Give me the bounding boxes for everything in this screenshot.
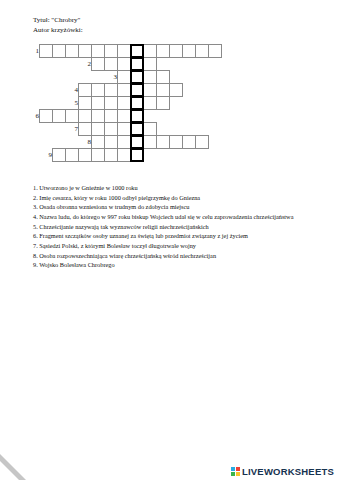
crossword-cell[interactable]: [104, 135, 118, 149]
crossword-cell[interactable]: [117, 83, 131, 97]
crossword-row: 7: [79, 122, 157, 136]
clue-item: 4. Nazwa ludu, do którego w 997 roku bis…: [33, 212, 333, 222]
logo-color-square: [236, 472, 240, 476]
crossword-cell[interactable]: [104, 96, 118, 110]
crossword-cell[interactable]: [156, 70, 170, 84]
crossword-cell[interactable]: [78, 122, 92, 136]
crossword-cell[interactable]: [91, 57, 105, 71]
crossword-cell[interactable]: [169, 44, 183, 58]
crossword-cell[interactable]: [156, 135, 170, 149]
crossword-cell[interactable]: [91, 122, 105, 136]
crossword-cell[interactable]: [78, 83, 92, 97]
crossword-cell-solution-column[interactable]: [130, 70, 144, 84]
crossword-row: 6: [40, 109, 144, 123]
crossword-cell[interactable]: [91, 135, 105, 149]
crossword-cell-solution-column[interactable]: [130, 122, 144, 136]
logo-color-square: [236, 467, 240, 471]
liveworksheets-logo-text: LIVEWORKSHEETS: [242, 466, 334, 477]
crossword-row: 4: [79, 83, 183, 97]
row-number-label: 2: [82, 60, 91, 68]
crossword-cell[interactable]: [117, 109, 131, 123]
crossword-cell[interactable]: [39, 44, 53, 58]
crossword-cell[interactable]: [78, 109, 92, 123]
crossword-row: 3: [118, 70, 170, 84]
crossword-cell[interactable]: [143, 135, 157, 149]
crossword-cell[interactable]: [91, 96, 105, 110]
crossword-cell[interactable]: [104, 122, 118, 136]
crossword-cell[interactable]: [143, 57, 157, 71]
crossword-cell[interactable]: [104, 83, 118, 97]
crossword-cell[interactable]: [104, 148, 118, 162]
crossword-cell[interactable]: [117, 57, 131, 71]
crossword-cell[interactable]: [117, 122, 131, 136]
crossword-cell[interactable]: [91, 44, 105, 58]
row-number-label: 9: [43, 151, 52, 159]
crossword-cell[interactable]: [143, 83, 157, 97]
row-number-label: 1: [30, 47, 39, 55]
crossword-cell[interactable]: [52, 148, 66, 162]
clue-item: 3. Osada obronna wzniesiona w trudnym do…: [33, 202, 333, 212]
crossword-cell[interactable]: [143, 96, 157, 110]
crossword-cell[interactable]: [117, 135, 131, 149]
clue-item: 9. Wojsko Bolesława Chrobrego: [33, 260, 333, 270]
crossword-cell[interactable]: [169, 135, 183, 149]
logo-color-square: [231, 472, 235, 476]
crossword-cell[interactable]: [78, 148, 92, 162]
crossword-row: 8: [92, 135, 209, 149]
crossword-cell[interactable]: [156, 83, 170, 97]
crossword-cell[interactable]: [117, 148, 131, 162]
crossword-cell-solution-column[interactable]: [130, 135, 144, 149]
crossword-row: 5: [79, 96, 170, 110]
crossword-cell[interactable]: [156, 96, 170, 110]
crossword-cell[interactable]: [182, 44, 196, 58]
crossword-cell[interactable]: [52, 44, 66, 58]
clue-item: 1. Utworzono je w Gnieźnie w 1000 roku: [33, 183, 333, 193]
crossword-cell[interactable]: [52, 109, 66, 123]
clue-item: 7. Sąsiedzi Polski, z którymi Bolesław t…: [33, 241, 333, 251]
clue-item: 8. Osoba rozpowszechniająca wiarę chrześ…: [33, 251, 333, 261]
crossword-cell[interactable]: [117, 96, 131, 110]
crossword-cell[interactable]: [169, 83, 183, 97]
row-number-label: 4: [69, 86, 78, 94]
clue-list: 1. Utworzono je w Gnieźnie w 1000 roku 2…: [33, 183, 333, 270]
crossword-cell-solution-column[interactable]: [130, 44, 144, 58]
row-number-label: 3: [108, 73, 117, 81]
crossword-cell[interactable]: [78, 96, 92, 110]
crossword-cell[interactable]: [104, 57, 118, 71]
crossword-cell[interactable]: [117, 70, 131, 84]
row-number-label: 7: [69, 125, 78, 133]
clue-item: 5. Chrześcijanie nazywają tak wyznawców …: [33, 222, 333, 232]
crossword-row: 1: [40, 44, 222, 58]
crossword-cell[interactable]: [182, 135, 196, 149]
crossword-cell[interactable]: [143, 70, 157, 84]
crossword-cell[interactable]: [65, 44, 79, 58]
row-number-label: 6: [30, 112, 39, 120]
crossword-cell[interactable]: [117, 44, 131, 58]
crossword-cell[interactable]: [143, 122, 157, 136]
liveworksheets-grid-icon: [231, 467, 240, 476]
crossword-cell-solution-column[interactable]: [130, 57, 144, 71]
crossword-cell-solution-column[interactable]: [130, 148, 144, 162]
crossword-cell[interactable]: [208, 44, 222, 58]
crossword-cell-solution-column[interactable]: [130, 83, 144, 97]
liveworksheets-logo[interactable]: LIVEWORKSHEETS: [231, 466, 334, 477]
crossword-cell[interactable]: [195, 135, 209, 149]
crossword-cell[interactable]: [91, 83, 105, 97]
page-corner-fold-inner: [0, 461, 19, 480]
crossword-cell[interactable]: [78, 44, 92, 58]
crossword-cell[interactable]: [65, 148, 79, 162]
crossword-cell[interactable]: [104, 44, 118, 58]
clue-item: 6. Fragment szczątków osoby uznanej za ś…: [33, 231, 333, 241]
row-number-label: 8: [82, 138, 91, 146]
crossword-cell[interactable]: [156, 44, 170, 58]
crossword-cell[interactable]: [65, 109, 79, 123]
clue-item: 2. Imię cesarza, który w roku 1000 odbył…: [33, 193, 333, 203]
crossword-cell[interactable]: [39, 109, 53, 123]
crossword-cell[interactable]: [104, 109, 118, 123]
crossword-cell[interactable]: [91, 109, 105, 123]
crossword-cell-solution-column[interactable]: [130, 109, 144, 123]
crossword-row: 2: [92, 57, 157, 71]
crossword-cell[interactable]: [91, 148, 105, 162]
crossword-row: 9: [53, 148, 144, 162]
crossword-cell-solution-column[interactable]: [130, 96, 144, 110]
crossword-cell[interactable]: [195, 44, 209, 58]
crossword-cell[interactable]: [143, 44, 157, 58]
row-number-label: 5: [69, 99, 78, 107]
logo-color-square: [231, 467, 235, 471]
